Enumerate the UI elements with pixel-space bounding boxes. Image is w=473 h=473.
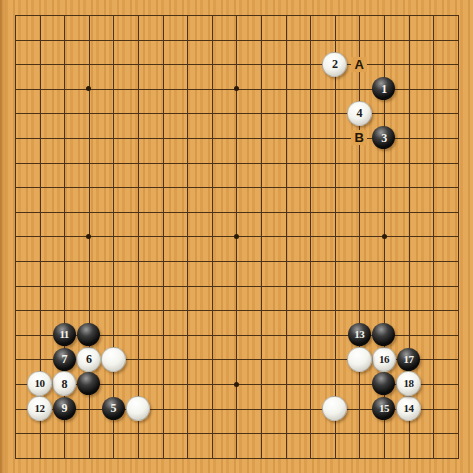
board-intersection: 17 xyxy=(396,347,421,372)
go-board[interactable]: 123456789101112131415161718AB xyxy=(0,0,473,473)
board-intersection: 7 xyxy=(52,347,77,372)
stone-number: 6 xyxy=(86,353,92,365)
stone-white-14: 14 xyxy=(396,396,421,421)
stone-white-plain xyxy=(126,396,151,421)
stone-black-plain xyxy=(372,323,395,346)
board-intersection xyxy=(76,372,101,397)
stone-number: 11 xyxy=(59,329,68,340)
stone-white-plain xyxy=(101,347,126,372)
stone-number: 2 xyxy=(332,58,338,70)
stone-number: 10 xyxy=(35,378,45,389)
board-intersection xyxy=(372,372,397,397)
board-intersection: 5 xyxy=(101,396,126,421)
board-intersection: 3 xyxy=(372,126,397,151)
stone-number: 7 xyxy=(61,353,67,365)
stone-white-8: 8 xyxy=(52,371,77,396)
board-intersection xyxy=(126,396,151,421)
stone-number: 14 xyxy=(403,403,413,414)
board-intersection xyxy=(76,322,101,347)
stone-number: 4 xyxy=(357,107,363,119)
stone-black-17: 17 xyxy=(397,348,420,371)
board-intersection xyxy=(101,347,126,372)
stone-black-7: 7 xyxy=(53,348,76,371)
stone-black-9: 9 xyxy=(53,397,76,420)
board-intersection: 11 xyxy=(52,322,77,347)
board-intersection: 6 xyxy=(76,347,101,372)
stone-number: 5 xyxy=(111,402,117,414)
board-intersection: 1 xyxy=(372,76,397,101)
board-intersection: 4 xyxy=(347,101,372,126)
stone-number: 1 xyxy=(381,83,387,95)
stone-number: 3 xyxy=(381,132,387,144)
stone-white-2: 2 xyxy=(322,52,347,77)
stone-number: 13 xyxy=(354,329,364,340)
stone-white-10: 10 xyxy=(27,371,52,396)
stone-black-5: 5 xyxy=(102,397,125,420)
stone-black-plain xyxy=(77,323,100,346)
stone-white-12: 12 xyxy=(27,396,52,421)
board-intersection: 15 xyxy=(372,396,397,421)
stone-black-3: 3 xyxy=(372,126,395,149)
stone-number: 16 xyxy=(379,354,389,365)
stone-white-plain xyxy=(322,396,347,421)
board-intersection xyxy=(372,322,397,347)
stone-number: 12 xyxy=(35,403,45,414)
board-intersection: 8 xyxy=(52,372,77,397)
stone-black-13: 13 xyxy=(348,323,371,346)
stone-black-plain xyxy=(77,372,100,395)
point-label-A: A xyxy=(351,57,367,72)
board-intersection: 9 xyxy=(52,396,77,421)
stone-black-11: 11 xyxy=(53,323,76,346)
stone-number: 17 xyxy=(403,354,413,365)
stone-white-18: 18 xyxy=(396,371,421,396)
board-intersection: 18 xyxy=(396,372,421,397)
board-intersection: 14 xyxy=(396,396,421,421)
stone-white-plain xyxy=(347,347,372,372)
board-intersection xyxy=(322,396,347,421)
board-intersection: B xyxy=(347,126,372,151)
stone-number: 15 xyxy=(379,403,389,414)
stone-white-6: 6 xyxy=(76,347,101,372)
stone-number: 9 xyxy=(61,402,67,414)
board-intersection: 2 xyxy=(322,52,347,77)
stone-number: 18 xyxy=(403,378,413,389)
board-intersection: 13 xyxy=(347,322,372,347)
stone-black-1: 1 xyxy=(372,77,395,100)
board-intersection: 16 xyxy=(372,347,397,372)
stone-white-16: 16 xyxy=(372,347,397,372)
point-label-B: B xyxy=(351,130,367,145)
board-intersection: 10 xyxy=(27,372,52,397)
stone-number: 8 xyxy=(61,378,67,390)
board-intersection: A xyxy=(347,52,372,77)
board-intersection xyxy=(347,347,372,372)
stone-black-15: 15 xyxy=(372,397,395,420)
stone-white-4: 4 xyxy=(347,101,372,126)
stone-black-plain xyxy=(372,372,395,395)
stones-layer: 123456789101112131415161718AB xyxy=(3,3,470,470)
board-intersection: 12 xyxy=(27,396,52,421)
